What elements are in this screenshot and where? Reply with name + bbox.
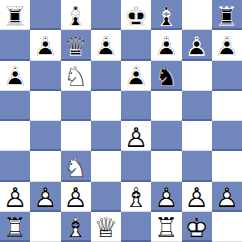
- black-pawn[interactable]: ♟♙: [151, 30, 181, 60]
- black-bishop[interactable]: ♝♗: [61, 0, 91, 30]
- black-pawn[interactable]: ♟♙: [182, 30, 212, 60]
- black-bishop-icon: ♗: [61, 1, 91, 31]
- white-bishop[interactable]: ♝♗: [121, 182, 151, 212]
- black-king[interactable]: ♚♔: [121, 0, 151, 30]
- square-c8[interactable]: ♝♗: [61, 0, 91, 30]
- square-h2[interactable]: ♟♙: [212, 182, 242, 212]
- black-pawn-icon: ♙: [212, 31, 242, 61]
- square-d4[interactable]: [91, 121, 121, 151]
- square-g6[interactable]: [182, 61, 212, 91]
- black-knight[interactable]: ♞♘: [151, 61, 181, 91]
- square-d1[interactable]: ♛♕: [91, 212, 121, 242]
- white-queen-icon: ♕: [91, 212, 121, 242]
- square-e5[interactable]: [121, 91, 151, 121]
- black-bishop[interactable]: ♝♗: [151, 0, 181, 30]
- square-g2[interactable]: ♟♙: [182, 182, 212, 212]
- square-g1[interactable]: ♚♔: [182, 212, 212, 242]
- square-e7[interactable]: [121, 30, 151, 60]
- square-b1[interactable]: [30, 212, 60, 242]
- black-rook[interactable]: ♜♖: [212, 0, 242, 30]
- square-e2[interactable]: ♝♗: [121, 182, 151, 212]
- square-h3[interactable]: [212, 151, 242, 181]
- square-b7[interactable]: ♟♙: [30, 30, 60, 60]
- square-f3[interactable]: [151, 151, 181, 181]
- square-b3[interactable]: [30, 151, 60, 181]
- white-pawn[interactable]: ♟♙: [182, 182, 212, 212]
- square-b4[interactable]: [30, 121, 60, 151]
- square-h1[interactable]: [212, 212, 242, 242]
- white-rook-icon: ♖: [0, 212, 30, 242]
- square-g7[interactable]: ♟♙: [182, 30, 212, 60]
- white-pawn-icon: ♙: [61, 182, 91, 212]
- black-pawn-icon: ♙: [121, 61, 151, 91]
- chess-board: ♜♖♝♗♚♔♝♗♜♖♟♙♛♕♟♙♟♙♟♙♟♙♟♙♞♘♟♙♞♘♟♙♞♘♟♙♟♙♟♙…: [0, 0, 242, 242]
- black-pawn-icon: ♙: [0, 61, 30, 91]
- white-bishop-icon: ♗: [121, 182, 151, 212]
- square-c2[interactable]: ♟♙: [61, 182, 91, 212]
- black-rook-icon: ♖: [212, 1, 242, 31]
- white-pawn[interactable]: ♟♙: [151, 182, 181, 212]
- white-rook[interactable]: ♜♖: [151, 212, 181, 242]
- square-a5[interactable]: [0, 91, 30, 121]
- white-pawn-icon: ♙: [151, 182, 181, 212]
- square-a6[interactable]: ♟♙: [0, 61, 30, 91]
- black-pawn[interactable]: ♟♙: [91, 30, 121, 60]
- black-knight-icon: ♘: [151, 61, 181, 91]
- square-d6[interactable]: [91, 61, 121, 91]
- square-a4[interactable]: [0, 121, 30, 151]
- square-h7[interactable]: ♟♙: [212, 30, 242, 60]
- white-pawn-icon: ♙: [212, 182, 242, 212]
- black-rook[interactable]: ♜♖: [0, 0, 30, 30]
- white-bishop[interactable]: ♝♗: [61, 212, 91, 242]
- square-c4[interactable]: [61, 121, 91, 151]
- black-queen-icon: ♕: [61, 31, 91, 61]
- black-bishop-icon: ♗: [151, 1, 181, 31]
- white-rook[interactable]: ♜♖: [0, 212, 30, 242]
- square-f6[interactable]: ♞♘: [151, 61, 181, 91]
- square-f8[interactable]: ♝♗: [151, 0, 181, 30]
- square-a2[interactable]: ♟♙: [0, 182, 30, 212]
- square-b6[interactable]: [30, 61, 60, 91]
- square-a8[interactable]: ♜♖: [0, 0, 30, 30]
- square-h8[interactable]: ♜♖: [212, 0, 242, 30]
- square-d8[interactable]: [91, 0, 121, 30]
- square-b2[interactable]: ♟♙: [30, 182, 60, 212]
- square-e6[interactable]: ♟♙: [121, 61, 151, 91]
- white-knight-icon: ♘: [61, 61, 91, 91]
- square-c6[interactable]: ♞♘: [61, 61, 91, 91]
- square-c3[interactable]: ♞♘: [61, 151, 91, 181]
- black-pawn[interactable]: ♟♙: [121, 61, 151, 91]
- square-f1[interactable]: ♜♖: [151, 212, 181, 242]
- square-d5[interactable]: [91, 91, 121, 121]
- square-f5[interactable]: [151, 91, 181, 121]
- white-knight-icon: ♘: [61, 152, 91, 182]
- white-rook-icon: ♖: [151, 212, 181, 242]
- square-e8[interactable]: ♚♔: [121, 0, 151, 30]
- square-c1[interactable]: ♝♗: [61, 212, 91, 242]
- white-pawn-icon: ♙: [121, 122, 151, 152]
- square-g4[interactable]: [182, 121, 212, 151]
- square-d2[interactable]: [91, 182, 121, 212]
- square-e1[interactable]: [121, 212, 151, 242]
- square-g3[interactable]: [182, 151, 212, 181]
- square-d3[interactable]: [91, 151, 121, 181]
- black-pawn-icon: ♙: [30, 31, 60, 61]
- black-pawn[interactable]: ♟♙: [0, 61, 30, 91]
- black-pawn[interactable]: ♟♙: [212, 30, 242, 60]
- black-queen[interactable]: ♛♕: [61, 30, 91, 60]
- square-e3[interactable]: [121, 151, 151, 181]
- square-c7[interactable]: ♛♕: [61, 30, 91, 60]
- square-c5[interactable]: [61, 91, 91, 121]
- black-pawn[interactable]: ♟♙: [30, 30, 60, 60]
- square-b5[interactable]: [30, 91, 60, 121]
- square-g8[interactable]: [182, 0, 212, 30]
- black-pawn-icon: ♙: [151, 31, 181, 61]
- white-bishop-icon: ♗: [61, 212, 91, 242]
- square-b8[interactable]: [30, 0, 60, 30]
- white-knight[interactable]: ♞♘: [61, 61, 91, 91]
- square-d7[interactable]: ♟♙: [91, 30, 121, 60]
- black-king-icon: ♔: [121, 1, 151, 31]
- white-pawn[interactable]: ♟♙: [61, 182, 91, 212]
- white-pawn[interactable]: ♟♙: [212, 182, 242, 212]
- white-pawn[interactable]: ♟♙: [0, 182, 30, 212]
- white-pawn-icon: ♙: [0, 182, 30, 212]
- square-a1[interactable]: ♜♖: [0, 212, 30, 242]
- white-queen[interactable]: ♛♕: [91, 212, 121, 242]
- square-a3[interactable]: [0, 151, 30, 181]
- white-pawn[interactable]: ♟♙: [30, 182, 60, 212]
- black-rook-icon: ♖: [0, 1, 30, 31]
- white-king-icon: ♔: [182, 212, 212, 242]
- square-e4[interactable]: ♟♙: [121, 121, 151, 151]
- square-h6[interactable]: [212, 61, 242, 91]
- square-f2[interactable]: ♟♙: [151, 182, 181, 212]
- square-h4[interactable]: [212, 121, 242, 151]
- square-g5[interactable]: [182, 91, 212, 121]
- square-f7[interactable]: ♟♙: [151, 30, 181, 60]
- black-pawn-icon: ♙: [91, 31, 121, 61]
- white-pawn[interactable]: ♟♙: [121, 121, 151, 151]
- white-pawn-icon: ♙: [182, 182, 212, 212]
- square-h5[interactable]: [212, 91, 242, 121]
- black-pawn-icon: ♙: [182, 31, 212, 61]
- square-f4[interactable]: [151, 121, 181, 151]
- white-king[interactable]: ♚♔: [182, 212, 212, 242]
- white-knight[interactable]: ♞♘: [61, 151, 91, 181]
- white-pawn-icon: ♙: [30, 182, 60, 212]
- square-a7[interactable]: [0, 30, 30, 60]
